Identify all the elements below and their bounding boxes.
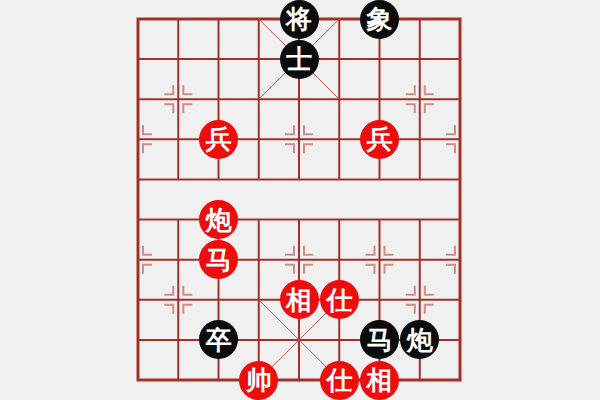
piece-red-马[interactable]: 马 — [199, 240, 238, 279]
xiangqi-board[interactable]: 将象士兵兵炮马相仕卒马炮帅仕相 — [0, 0, 600, 400]
piece-black-士[interactable]: 士 — [280, 40, 319, 79]
piece-red-仕[interactable]: 仕 — [320, 280, 359, 319]
piece-red-帅[interactable]: 帅 — [239, 361, 278, 400]
piece-black-将[interactable]: 将 — [280, 0, 319, 39]
piece-red-仕[interactable]: 仕 — [320, 361, 359, 400]
piece-red-相[interactable]: 相 — [360, 361, 399, 400]
piece-red-相[interactable]: 相 — [280, 280, 319, 319]
piece-red-兵[interactable]: 兵 — [360, 120, 399, 159]
piece-red-炮[interactable]: 炮 — [199, 200, 238, 239]
piece-black-象[interactable]: 象 — [360, 0, 399, 39]
piece-red-兵[interactable]: 兵 — [199, 120, 238, 159]
